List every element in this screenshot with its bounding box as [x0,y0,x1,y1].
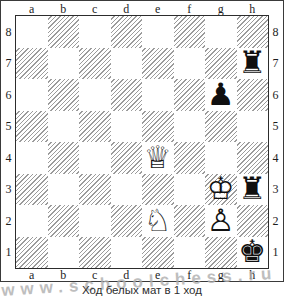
file-label-f: f [174,1,206,16]
piece-glyph: ♕ [144,142,172,173]
square-b1[interactable] [48,237,80,269]
square-g1[interactable] [205,237,237,269]
file-label-e: e [142,1,174,16]
square-h5[interactable] [237,111,269,143]
square-f1[interactable] [174,237,206,269]
piece-glyph: ♟ [207,79,235,110]
square-c5[interactable] [79,111,111,143]
rank-label-6: 6 [1,79,16,111]
square-h8[interactable] [237,16,269,48]
square-c2[interactable] [79,205,111,237]
square-b3[interactable] [48,174,80,206]
square-f3[interactable] [174,174,206,206]
file-label-h: h [237,1,269,16]
square-e8[interactable] [142,16,174,48]
square-g5[interactable] [205,111,237,143]
rank-label-7: 7 [268,48,283,80]
piece-white-knight-e2[interactable]: ♞♘ [142,205,174,237]
piece-glyph: ♘ [144,205,172,236]
square-a7[interactable] [16,48,48,80]
rank-label-3: 3 [1,174,16,206]
file-label-d: d [111,1,143,16]
piece-black-rook-h7[interactable]: ♜ [237,48,269,80]
square-a8[interactable] [16,16,48,48]
square-f8[interactable] [174,16,206,48]
square-f4[interactable] [174,142,206,174]
square-a2[interactable] [16,205,48,237]
rank-label-4: 4 [268,142,283,174]
square-e3[interactable] [142,174,174,206]
piece-black-king-h1[interactable]: ♚ [237,237,269,269]
square-c4[interactable] [79,142,111,174]
square-e4[interactable]: ♛♕ [142,142,174,174]
piece-white-pawn-g2[interactable]: ♟♙ [205,205,237,237]
square-g8[interactable] [205,16,237,48]
piece-black-rook-h3[interactable]: ♜ [237,174,269,206]
file-label-a: a [16,1,48,16]
square-d4[interactable] [111,142,143,174]
piece-white-queen-e4[interactable]: ♛♕ [142,142,174,174]
square-c6[interactable] [79,79,111,111]
puzzle-caption: Ход белых мат в 1 ход [0,284,284,296]
rank-label-3: 3 [268,174,283,206]
square-d8[interactable] [111,16,143,48]
square-g3[interactable]: ♚♔ [205,174,237,206]
square-f2[interactable] [174,205,206,237]
rank-labels-right: 87654321 [268,16,283,268]
rank-label-2: 2 [268,205,283,237]
file-label-c: c [79,1,111,16]
square-d5[interactable] [111,111,143,143]
square-g4[interactable] [205,142,237,174]
square-c7[interactable] [79,48,111,80]
rank-label-6: 6 [268,79,283,111]
square-b8[interactable] [48,16,80,48]
rank-label-7: 7 [1,48,16,80]
rank-label-5: 5 [1,111,16,143]
piece-glyph: ♜ [238,173,266,204]
square-f7[interactable] [174,48,206,80]
rank-label-4: 4 [1,142,16,174]
square-d1[interactable] [111,237,143,269]
square-d6[interactable] [111,79,143,111]
square-d2[interactable] [111,205,143,237]
square-b7[interactable] [48,48,80,80]
square-a6[interactable] [16,79,48,111]
square-a4[interactable] [16,142,48,174]
square-e1[interactable] [142,237,174,269]
rank-label-8: 8 [268,16,283,48]
square-h1[interactable]: ♚ [237,237,269,269]
square-h4[interactable] [237,142,269,174]
square-e5[interactable] [142,111,174,143]
piece-black-pawn-g6[interactable]: ♟ [205,79,237,111]
rank-labels-left: 87654321 [1,16,16,268]
piece-glyph: ♜ [238,47,266,78]
square-h3[interactable]: ♜ [237,174,269,206]
file-label-g: g [205,1,237,16]
square-h2[interactable] [237,205,269,237]
square-f5[interactable] [174,111,206,143]
board-frame: abcdefgh 87654321 ♜♟♛♕♚♔♜♞♘♟♙♚ 87654321 … [0,0,284,282]
square-b4[interactable] [48,142,80,174]
rank-label-5: 5 [268,111,283,143]
square-b2[interactable] [48,205,80,237]
square-d3[interactable] [111,174,143,206]
square-c3[interactable] [79,174,111,206]
square-d7[interactable] [111,48,143,80]
file-label-b: b [48,1,80,16]
square-f6[interactable] [174,79,206,111]
square-g7[interactable] [205,48,237,80]
square-a3[interactable] [16,174,48,206]
square-c8[interactable] [79,16,111,48]
square-g2[interactable]: ♟♙ [205,205,237,237]
square-g6[interactable]: ♟ [205,79,237,111]
piece-glyph: ♙ [207,205,235,236]
square-b5[interactable] [48,111,80,143]
square-b6[interactable] [48,79,80,111]
piece-white-king-g3[interactable]: ♚♔ [205,174,237,206]
rank-label-1: 1 [1,237,16,269]
square-c1[interactable] [79,237,111,269]
rank-label-8: 8 [1,16,16,48]
piece-glyph: ♔ [207,173,235,204]
file-labels-top: abcdefgh [16,1,268,16]
square-a5[interactable] [16,111,48,143]
square-e7[interactable] [142,48,174,80]
square-e2[interactable]: ♞♘ [142,205,174,237]
square-h7[interactable]: ♜ [237,48,269,80]
square-h6[interactable] [237,79,269,111]
rank-label-2: 2 [1,205,16,237]
chess-puzzle-diagram: abcdefgh 87654321 ♜♟♛♕♚♔♜♞♘♟♙♚ 87654321 … [0,0,284,300]
board: ♜♟♛♕♚♔♜♞♘♟♙♚ [16,16,268,268]
piece-glyph: ♚ [238,236,266,267]
square-a1[interactable] [16,237,48,269]
square-e6[interactable] [142,79,174,111]
